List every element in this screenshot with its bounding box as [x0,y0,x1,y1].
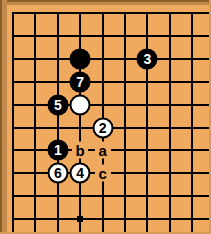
point-label-a: a [95,142,111,159]
grid-line-vertical [169,12,171,232]
grid-line-horizontal [12,104,209,106]
go-board: bac1234567 [0,0,211,234]
stone-black [70,48,91,69]
board-frame-top [0,0,211,5]
stone-black-5: 5 [47,94,68,115]
grid-line-vertical [146,12,148,232]
point-label-b: b [72,142,88,159]
grid-line-vertical [57,12,59,232]
stone-white-4: 4 [70,163,91,184]
board-frame-bottom [0,232,211,234]
grid-line-horizontal [12,35,209,37]
grid-line-vertical [124,12,126,232]
grid-line-vertical [34,12,36,232]
go-board-diagram: bac1234567 [0,0,211,234]
grid-line-vertical [79,12,81,232]
grid-line-horizontal [12,195,209,197]
grid-line-horizontal [12,12,209,14]
board-frame-right [209,0,211,234]
stone-white-6: 6 [47,163,68,184]
stone-black-3: 3 [137,48,158,69]
star-point [77,216,83,222]
grid-line-vertical [12,12,14,232]
grid-line-horizontal [12,58,209,60]
point-label-c: c [95,165,111,182]
stone-white-2: 2 [92,117,113,138]
board-frame-left [0,0,7,234]
stone-black-1: 1 [47,140,68,161]
grid-line-vertical [191,12,193,232]
stone-white [70,94,91,115]
grid-line-horizontal [12,81,209,83]
stone-black-7: 7 [70,71,91,92]
grid-line-horizontal [12,218,209,220]
